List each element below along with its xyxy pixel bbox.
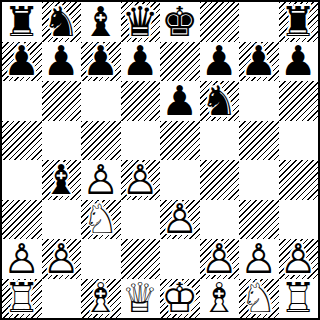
square-g6[interactable] [239,81,279,121]
piece-black-pawn[interactable]: ♟ [200,42,240,82]
square-f8[interactable] [200,2,240,42]
square-c4[interactable]: ♟♙ [81,160,121,200]
piece-white-bishop[interactable]: ♝♗ [200,279,240,319]
white-rook-outline: ♖ [3,278,40,319]
white-knight-fill: ♞ [240,278,277,319]
square-b8[interactable]: ♞ [42,2,82,42]
square-a8[interactable]: ♜ [2,2,42,42]
white-bishop-outline: ♗ [82,278,119,319]
square-c5[interactable] [81,121,121,161]
square-g7[interactable]: ♟ [239,42,279,82]
piece-white-king[interactable]: ♚♔ [160,279,200,319]
square-e4[interactable] [160,160,200,200]
square-e6[interactable]: ♟ [160,81,200,121]
square-a5[interactable] [2,121,42,161]
white-pawn-outline: ♙ [161,199,198,240]
black-pawn-glyph: ♟ [201,41,238,82]
piece-black-queen[interactable]: ♛ [121,2,161,42]
white-pawn-fill: ♟ [201,238,238,279]
square-d5[interactable] [121,121,161,161]
white-pawn-outline: ♙ [240,238,277,279]
piece-black-pawn[interactable]: ♟ [160,81,200,121]
white-pawn-outline: ♙ [82,159,119,200]
piece-black-bishop[interactable]: ♝ [81,2,121,42]
square-b1[interactable] [42,279,82,319]
square-d6[interactable] [121,81,161,121]
square-g3[interactable] [239,200,279,240]
white-bishop-fill: ♝ [201,278,238,319]
black-pawn-glyph: ♟ [122,41,159,82]
square-e1[interactable]: ♚♔ [160,279,200,319]
piece-white-knight[interactable]: ♞♘ [81,200,121,240]
square-c3[interactable]: ♞♘ [81,200,121,240]
square-d7[interactable]: ♟ [121,42,161,82]
square-f4[interactable] [200,160,240,200]
square-h6[interactable] [279,81,319,121]
piece-black-rook[interactable]: ♜ [279,2,319,42]
piece-white-pawn[interactable]: ♟♙ [160,200,200,240]
white-pawn-outline: ♙ [3,238,40,279]
piece-black-pawn[interactable]: ♟ [2,42,42,82]
square-d3[interactable] [121,200,161,240]
square-h3[interactable] [279,200,319,240]
square-f5[interactable] [200,121,240,161]
black-pawn-glyph: ♟ [3,41,40,82]
black-pawn-glyph: ♟ [240,41,277,82]
square-a1[interactable]: ♜♖ [2,279,42,319]
square-g5[interactable] [239,121,279,161]
white-rook-outline: ♖ [280,278,317,319]
black-bishop-glyph: ♝ [43,159,80,200]
piece-white-pawn[interactable]: ♟♙ [239,239,279,279]
piece-white-pawn[interactable]: ♟♙ [200,239,240,279]
white-knight-outline: ♘ [240,278,277,319]
square-f6[interactable]: ♞ [200,81,240,121]
black-knight-glyph: ♞ [201,80,238,121]
square-g2[interactable]: ♟♙ [239,239,279,279]
square-d1[interactable]: ♛♕ [121,279,161,319]
square-e7[interactable] [160,42,200,82]
square-b2[interactable]: ♟♙ [42,239,82,279]
black-rook-glyph: ♜ [280,1,317,42]
square-d8[interactable]: ♛ [121,2,161,42]
square-b7[interactable]: ♟ [42,42,82,82]
square-h2[interactable]: ♟♙ [279,239,319,279]
black-pawn-glyph: ♟ [161,80,198,121]
piece-white-knight[interactable]: ♞♘ [239,279,279,319]
piece-black-knight[interactable]: ♞ [42,2,82,42]
chess-board: ♜♞♝♛♚♜♟♟♟♟♟♟♟♟♞♝♟♙♟♙♞♘♟♙♟♙♟♙♟♙♟♙♟♙♜♖♝♗♛♕… [0,0,320,320]
piece-black-king[interactable]: ♚ [160,2,200,42]
white-pawn-outline: ♙ [122,159,159,200]
white-bishop-fill: ♝ [82,278,119,319]
piece-white-pawn[interactable]: ♟♙ [81,160,121,200]
square-f7[interactable]: ♟ [200,42,240,82]
square-b3[interactable] [42,200,82,240]
square-h7[interactable]: ♟ [279,42,319,82]
piece-white-pawn[interactable]: ♟♙ [279,239,319,279]
white-pawn-fill: ♟ [3,238,40,279]
piece-black-pawn[interactable]: ♟ [81,42,121,82]
square-g4[interactable] [239,160,279,200]
white-pawn-outline: ♙ [201,238,238,279]
square-a6[interactable] [2,81,42,121]
black-pawn-glyph: ♟ [43,41,80,82]
square-c6[interactable] [81,81,121,121]
square-c1[interactable]: ♝♗ [81,279,121,319]
white-pawn-outline: ♙ [43,238,80,279]
white-queen-fill: ♛ [122,278,159,319]
white-rook-fill: ♜ [3,278,40,319]
square-d4[interactable]: ♟♙ [121,160,161,200]
piece-white-queen[interactable]: ♛♕ [121,279,161,319]
piece-white-pawn[interactable]: ♟♙ [121,160,161,200]
white-pawn-fill: ♟ [82,159,119,200]
black-pawn-glyph: ♟ [82,41,119,82]
piece-black-pawn[interactable]: ♟ [121,42,161,82]
square-e3[interactable]: ♟♙ [160,200,200,240]
white-pawn-fill: ♟ [122,159,159,200]
black-knight-glyph: ♞ [43,1,80,42]
square-e2[interactable] [160,239,200,279]
piece-white-bishop[interactable]: ♝♗ [81,279,121,319]
square-g8[interactable] [239,2,279,42]
white-queen-outline: ♕ [122,278,159,319]
white-pawn-fill: ♟ [43,238,80,279]
piece-white-rook[interactable]: ♜♖ [279,279,319,319]
black-queen-glyph: ♛ [122,1,159,42]
white-rook-fill: ♜ [280,278,317,319]
square-e5[interactable] [160,121,200,161]
black-bishop-glyph: ♝ [82,1,119,42]
piece-black-knight[interactable]: ♞ [200,81,240,121]
square-h1[interactable]: ♜♖ [279,279,319,319]
white-pawn-outline: ♙ [280,238,317,279]
piece-black-rook[interactable]: ♜ [2,2,42,42]
white-knight-outline: ♘ [82,199,119,240]
square-a2[interactable]: ♟♙ [2,239,42,279]
white-knight-fill: ♞ [82,199,119,240]
square-e8[interactable]: ♚ [160,2,200,42]
square-g1[interactable]: ♞♘ [239,279,279,319]
piece-black-pawn[interactable]: ♟ [239,42,279,82]
square-h4[interactable] [279,160,319,200]
square-a7[interactable]: ♟ [2,42,42,82]
white-bishop-outline: ♗ [201,278,238,319]
square-c7[interactable]: ♟ [81,42,121,82]
white-pawn-fill: ♟ [161,199,198,240]
square-a4[interactable] [2,160,42,200]
square-h5[interactable] [279,121,319,161]
piece-white-rook[interactable]: ♜♖ [2,279,42,319]
square-a3[interactable] [2,200,42,240]
square-f3[interactable] [200,200,240,240]
piece-white-pawn[interactable]: ♟♙ [2,239,42,279]
black-pawn-glyph: ♟ [280,41,317,82]
piece-white-pawn[interactable]: ♟♙ [42,239,82,279]
square-h8[interactable]: ♜ [279,2,319,42]
white-king-fill: ♚ [161,278,198,319]
black-rook-glyph: ♜ [3,1,40,42]
square-f1[interactable]: ♝♗ [200,279,240,319]
white-pawn-fill: ♟ [280,238,317,279]
piece-black-pawn[interactable]: ♟ [279,42,319,82]
square-b5[interactable] [42,121,82,161]
square-f2[interactable]: ♟♙ [200,239,240,279]
square-c2[interactable] [81,239,121,279]
square-b4[interactable]: ♝ [42,160,82,200]
black-king-glyph: ♚ [161,1,198,42]
square-b6[interactable] [42,81,82,121]
white-king-outline: ♔ [161,278,198,319]
white-pawn-fill: ♟ [240,238,277,279]
piece-black-bishop[interactable]: ♝ [42,160,82,200]
square-d2[interactable] [121,239,161,279]
square-c8[interactable]: ♝ [81,2,121,42]
piece-black-pawn[interactable]: ♟ [42,42,82,82]
